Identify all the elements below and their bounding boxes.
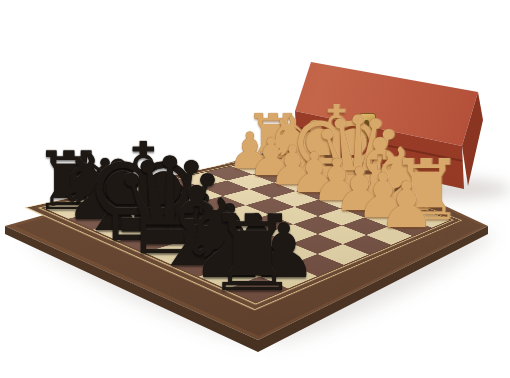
product-photo-scene: ♜♟♞♟♝♟♚♟♛♟♟♝♜♟♞♟♟♜♞♟♟♝♟♚♟♛♟♝♟♟♞♜ <box>0 0 510 378</box>
piece-white-pawn[interactable]: ♟ <box>378 174 435 238</box>
piece-black-rook[interactable]: ♜ <box>205 201 299 306</box>
